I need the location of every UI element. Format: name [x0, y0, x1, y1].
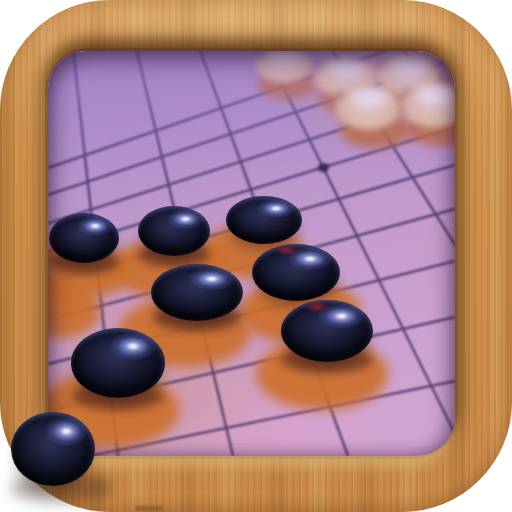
black-stone: ●: [281, 300, 373, 362]
black-stone: ●: [71, 328, 165, 398]
red-glint-highlight: [275, 246, 298, 255]
black-stone: ●: [252, 244, 340, 301]
black-stone: ●: [49, 213, 119, 263]
star-point-hoshi: [318, 163, 329, 172]
black-stone: ●: [151, 264, 243, 321]
watermark-remnant: [135, 506, 163, 511]
app-icon-canvas: ○○○○○ ●●●●●●● ●: [0, 0, 512, 512]
red-glint-highlight: [305, 302, 329, 312]
go-board-photo: ○○○○○ ●●●●●●●: [48, 51, 455, 456]
black-stone-corner: ●: [11, 412, 95, 486]
black-stone: ●: [138, 206, 210, 256]
white-stone: ○: [335, 85, 401, 130]
black-stone: ●: [226, 196, 302, 244]
